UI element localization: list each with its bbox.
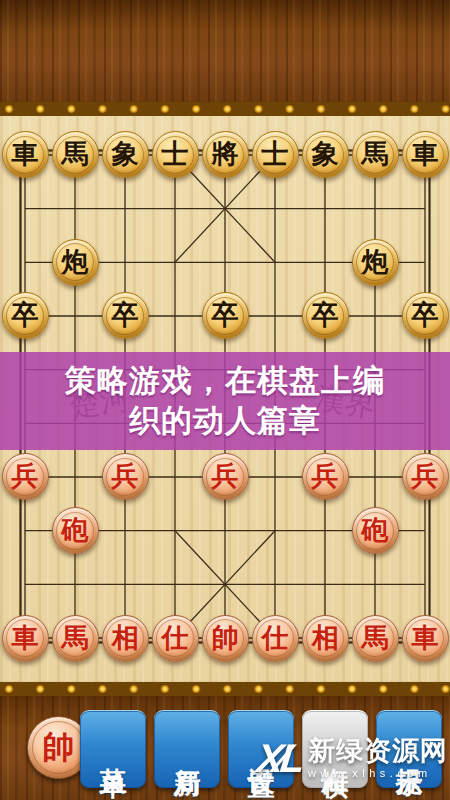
promo-banner-line1: 策略游戏，在棋盘上编 — [65, 361, 385, 401]
black-piece-炮[interactable]: 炮 — [352, 239, 399, 286]
red-piece-車[interactable]: 車 — [2, 615, 49, 662]
red-piece-相[interactable]: 相 — [302, 615, 349, 662]
black-piece-馬[interactable]: 馬 — [52, 131, 99, 178]
red-piece-馬[interactable]: 馬 — [52, 615, 99, 662]
red-piece-砲[interactable]: 砲 — [52, 507, 99, 554]
black-piece-卒[interactable]: 卒 — [402, 292, 449, 339]
black-piece-士[interactable]: 士 — [152, 131, 199, 178]
red-piece-兵[interactable]: 兵 — [302, 453, 349, 500]
red-piece-帥[interactable]: 帥 — [202, 615, 249, 662]
red-piece-仕[interactable]: 仕 — [152, 615, 199, 662]
wood-frame-top — [0, 0, 450, 102]
promo-banner: 策略游戏，在棋盘上编 织的动人篇章 — [0, 352, 450, 450]
watermark-site-name: 新绿资源网 — [308, 736, 448, 766]
black-piece-士[interactable]: 士 — [252, 131, 299, 178]
menu-button[interactable]: 菜单 — [80, 710, 146, 788]
black-piece-卒[interactable]: 卒 — [2, 292, 49, 339]
red-piece-車[interactable]: 車 — [402, 615, 449, 662]
stud-rail-top — [0, 102, 450, 116]
new-game-button[interactable]: 新局 — [154, 710, 220, 788]
black-piece-車[interactable]: 車 — [2, 131, 49, 178]
red-piece-相[interactable]: 相 — [102, 615, 149, 662]
black-piece-象[interactable]: 象 — [302, 131, 349, 178]
black-piece-炮[interactable]: 炮 — [52, 239, 99, 286]
black-piece-卒[interactable]: 卒 — [202, 292, 249, 339]
toolbar: 帥 菜单新局设置悔棋提示 X⁄L 新绿资源网 www.xlhs.com — [0, 696, 450, 800]
stud-rail-bottom — [0, 682, 450, 696]
watermark: X⁄L 新绿资源网 www.xlhs.com — [257, 736, 448, 780]
black-piece-馬[interactable]: 馬 — [352, 131, 399, 178]
watermark-url: www.xlhs.com — [308, 767, 432, 779]
red-piece-兵[interactable]: 兵 — [202, 453, 249, 500]
red-piece-兵[interactable]: 兵 — [2, 453, 49, 500]
xiangqi-app-screen: 楚河 漢界 車馬象士將士象馬車炮炮卒卒卒卒卒兵兵兵兵兵砲砲車馬相仕帥仕相馬車 策… — [0, 0, 450, 800]
black-piece-車[interactable]: 車 — [402, 131, 449, 178]
red-piece-仕[interactable]: 仕 — [252, 615, 299, 662]
red-piece-馬[interactable]: 馬 — [352, 615, 399, 662]
black-piece-卒[interactable]: 卒 — [302, 292, 349, 339]
black-piece-象[interactable]: 象 — [102, 131, 149, 178]
promo-banner-line2: 织的动人篇章 — [129, 401, 321, 441]
watermark-logo-icon: X⁄L — [255, 736, 302, 780]
red-piece-兵[interactable]: 兵 — [102, 453, 149, 500]
red-piece-兵[interactable]: 兵 — [402, 453, 449, 500]
black-piece-將[interactable]: 將 — [202, 131, 249, 178]
red-piece-砲[interactable]: 砲 — [352, 507, 399, 554]
black-piece-卒[interactable]: 卒 — [102, 292, 149, 339]
